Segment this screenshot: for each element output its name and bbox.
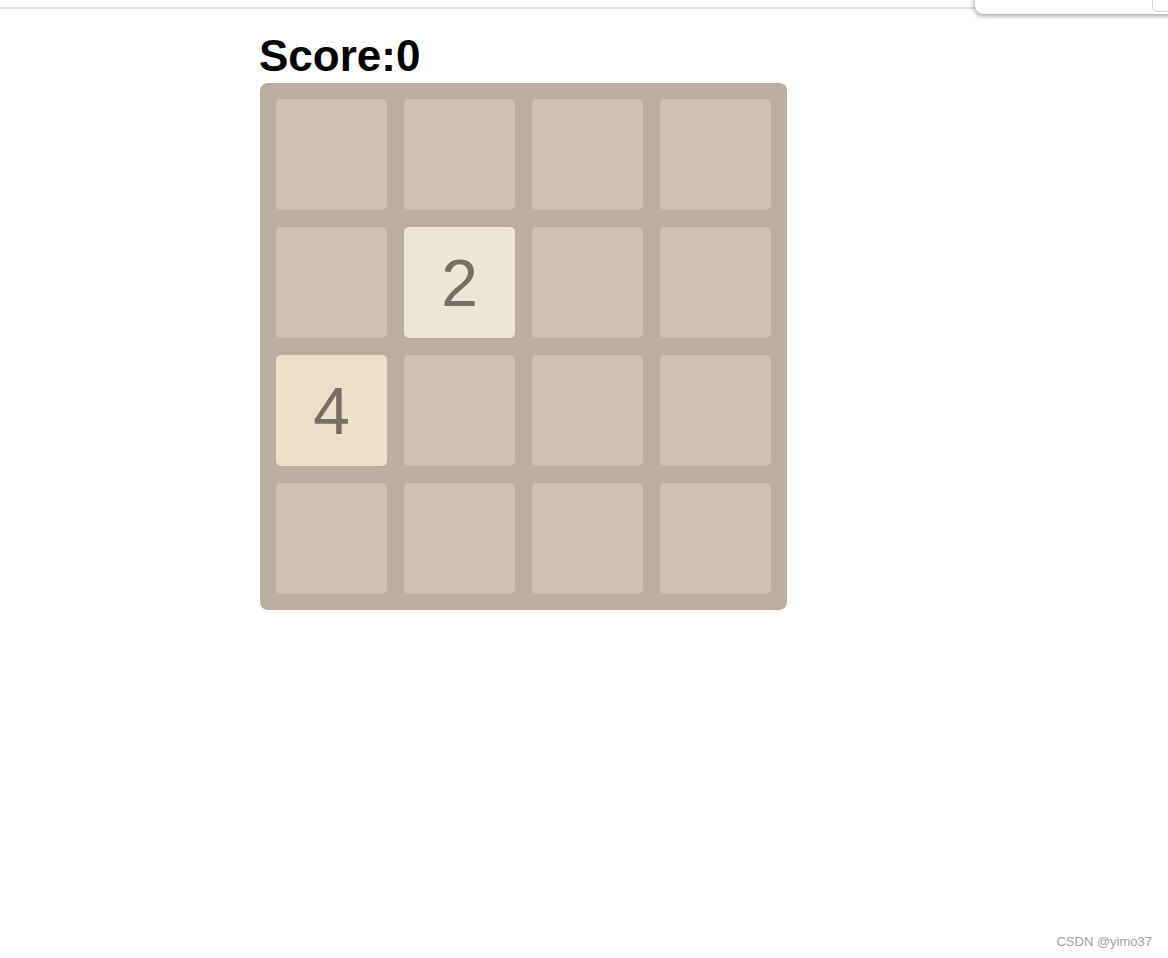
score-label: Score:	[259, 31, 396, 80]
board-cell-empty	[276, 483, 387, 594]
score-heading: Score:0	[259, 34, 420, 78]
game-board-2048[interactable]: 24	[260, 83, 787, 610]
board-cell-empty	[660, 99, 771, 210]
board-cell-empty	[660, 483, 771, 594]
board-cell-empty	[532, 483, 643, 594]
browser-popup-panel	[975, 0, 1168, 14]
board-cell-empty	[276, 227, 387, 338]
score-value: 0	[396, 31, 420, 80]
board-cell-empty	[404, 483, 515, 594]
watermark: CSDN @yimo37	[1056, 934, 1152, 949]
board-cell-empty	[532, 99, 643, 210]
board-cell-empty	[404, 355, 515, 466]
board-cell-empty	[660, 227, 771, 338]
tile-2: 2	[404, 227, 515, 338]
board-cell-empty	[276, 99, 387, 210]
board-cell-empty	[404, 99, 515, 210]
browser-popup-input[interactable]	[1152, 0, 1168, 12]
board-cell-empty	[660, 355, 771, 466]
board-cell-empty	[532, 227, 643, 338]
board-cell-empty	[532, 355, 643, 466]
tile-4: 4	[276, 355, 387, 466]
